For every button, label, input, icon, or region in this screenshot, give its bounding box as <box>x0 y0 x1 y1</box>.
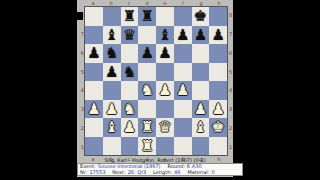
square-b4 <box>103 81 121 100</box>
black-rook-c8: ♜ <box>123 7 136 25</box>
square-c6 <box>121 44 139 63</box>
rank-label-3: 3 <box>77 106 84 112</box>
square-h7: ♟ <box>209 26 227 45</box>
white-rook-d1: ♜ <box>140 137 153 155</box>
game-info-box: Event:Sousse Interzonal (1967)Round: 6A3… <box>77 163 243 176</box>
square-b6: ♞ <box>103 44 121 63</box>
nr-value: 17553 <box>89 169 105 175</box>
square-b8 <box>103 7 121 26</box>
square-f8 <box>174 7 192 26</box>
rank-label-5: 5 <box>77 69 84 75</box>
white-knight-c3: ♞ <box>123 100 136 118</box>
white-bishop-g2: ♝ <box>194 118 207 136</box>
white-pawn-e4: ♟ <box>158 81 171 99</box>
rank-label-3: 3 <box>229 106 236 112</box>
square-f1 <box>174 137 192 156</box>
square-f7: ♟ <box>174 26 192 45</box>
rank-label-4: 4 <box>229 87 236 93</box>
square-g4 <box>192 81 210 100</box>
square-h6 <box>209 44 227 63</box>
rank-label-7: 7 <box>77 31 84 37</box>
square-b3: ♟ <box>103 100 121 119</box>
square-e7: ♝ <box>156 26 174 45</box>
rank-labels-right: 87654321 <box>228 6 236 156</box>
white-rook-d2: ♜ <box>140 118 153 136</box>
square-c4 <box>121 81 139 100</box>
black-pawn-e6: ♟ <box>158 44 171 62</box>
letterbox-bar-right <box>233 0 320 180</box>
square-e8 <box>156 7 174 26</box>
square-g6 <box>192 44 210 63</box>
square-g8: ♚ <box>192 7 210 26</box>
square-a3: ♟ <box>85 100 103 119</box>
nr-label: Nr: <box>80 169 87 175</box>
square-g1 <box>192 137 210 156</box>
square-b1 <box>103 137 121 156</box>
white-pawn-f4: ♟ <box>176 81 189 99</box>
square-a6: ♟ <box>85 44 103 63</box>
square-b7: ♝ <box>103 26 121 45</box>
square-a1 <box>85 137 103 156</box>
black-rook-d8: ♜ <box>140 7 153 25</box>
black-king-g8: ♚ <box>194 7 207 25</box>
square-a5 <box>85 63 103 82</box>
square-g2: ♝ <box>192 118 210 137</box>
square-h3: ♟ <box>209 100 227 119</box>
square-g3: ♟ <box>192 100 210 119</box>
letterbox-bar-left <box>0 0 77 180</box>
chess-board: ♜♜♚♝♛♝♟♟♟♟♞♟♟♟♞♞♟♟♟♟♞♟♟♝♟♜♛♝♚♜ <box>84 6 228 156</box>
black-pawn-g7: ♟ <box>194 26 207 44</box>
video-artifact <box>77 12 83 20</box>
square-d4: ♞ <box>138 81 156 100</box>
square-c2: ♟ <box>121 118 139 137</box>
square-h8 <box>209 7 227 26</box>
white-pawn-g3: ♟ <box>194 100 207 118</box>
square-c7: ♛ <box>121 26 139 45</box>
square-d2: ♜ <box>138 118 156 137</box>
square-d1: ♜ <box>138 137 156 156</box>
square-a4 <box>85 81 103 100</box>
rank-label-5: 5 <box>229 69 236 75</box>
square-c5: ♞ <box>121 63 139 82</box>
black-bishop-e7: ♝ <box>158 26 171 44</box>
square-e5 <box>156 63 174 82</box>
square-b2: ♝ <box>103 118 121 137</box>
rank-label-6: 6 <box>77 50 84 56</box>
rank-label-8: 8 <box>229 12 236 18</box>
square-d6: ♟ <box>138 44 156 63</box>
square-f4: ♟ <box>174 81 192 100</box>
square-e3 <box>156 100 174 119</box>
square-a7 <box>85 26 103 45</box>
white-queen-e2: ♛ <box>158 118 171 136</box>
white-bishop-b2: ♝ <box>105 118 118 136</box>
square-f6 <box>174 44 192 63</box>
white-pawn-b3: ♟ <box>105 100 118 118</box>
black-knight-c5: ♞ <box>123 63 136 81</box>
square-e2: ♛ <box>156 118 174 137</box>
square-e1 <box>156 137 174 156</box>
rank-label-2: 2 <box>229 125 236 131</box>
square-a2 <box>85 118 103 137</box>
next-move-label: Next: <box>112 169 125 175</box>
square-h2: ♚ <box>209 118 227 137</box>
game-info-line-2: Nr:17553Next:26. Qf3Length:46Material:0 <box>80 170 240 176</box>
square-f2 <box>174 118 192 137</box>
square-f5 <box>174 63 192 82</box>
black-queen-c7: ♛ <box>123 26 136 44</box>
white-king-h2: ♚ <box>211 118 224 136</box>
white-pawn-a3: ♟ <box>87 100 100 118</box>
square-h4 <box>209 81 227 100</box>
rank-label-7: 7 <box>229 31 236 37</box>
white-pawn-h3: ♟ <box>211 100 224 118</box>
square-c3: ♞ <box>121 100 139 119</box>
square-d5 <box>138 63 156 82</box>
black-pawn-a6: ♟ <box>87 44 100 62</box>
square-e6: ♟ <box>156 44 174 63</box>
black-knight-b6: ♞ <box>105 44 118 62</box>
black-pawn-b5: ♟ <box>105 63 118 81</box>
square-c8: ♜ <box>121 7 139 26</box>
rank-label-2: 2 <box>77 125 84 131</box>
black-pawn-f7: ♟ <box>176 26 189 44</box>
square-e4: ♟ <box>156 81 174 100</box>
length-value: 46 <box>174 169 180 175</box>
square-h1 <box>209 137 227 156</box>
square-g7: ♟ <box>192 26 210 45</box>
white-pawn-c2: ♟ <box>123 118 136 136</box>
square-g5 <box>192 63 210 82</box>
square-d8: ♜ <box>138 7 156 26</box>
square-a8 <box>85 7 103 26</box>
material-label: Material: <box>187 169 209 175</box>
square-d7 <box>138 26 156 45</box>
black-pawn-d6: ♟ <box>140 44 153 62</box>
rank-label-1: 1 <box>77 144 84 150</box>
next-move-value: 26. Qf3 <box>128 169 146 175</box>
square-b5: ♟ <box>103 63 121 82</box>
length-label: Length: <box>153 169 172 175</box>
square-c1 <box>121 137 139 156</box>
video-frame: abcdefgh abcdefgh 87654321 87654321 ♜♜♚♝… <box>0 0 320 180</box>
black-pawn-h7: ♟ <box>211 26 224 44</box>
white-knight-d4: ♞ <box>140 81 153 99</box>
material-value: 0 <box>211 169 214 175</box>
square-h5 <box>209 63 227 82</box>
rank-label-4: 4 <box>77 87 84 93</box>
square-f3 <box>174 100 192 119</box>
square-d3 <box>138 100 156 119</box>
rank-label-6: 6 <box>229 50 236 56</box>
rank-label-1: 1 <box>229 144 236 150</box>
black-bishop-b7: ♝ <box>105 26 118 44</box>
